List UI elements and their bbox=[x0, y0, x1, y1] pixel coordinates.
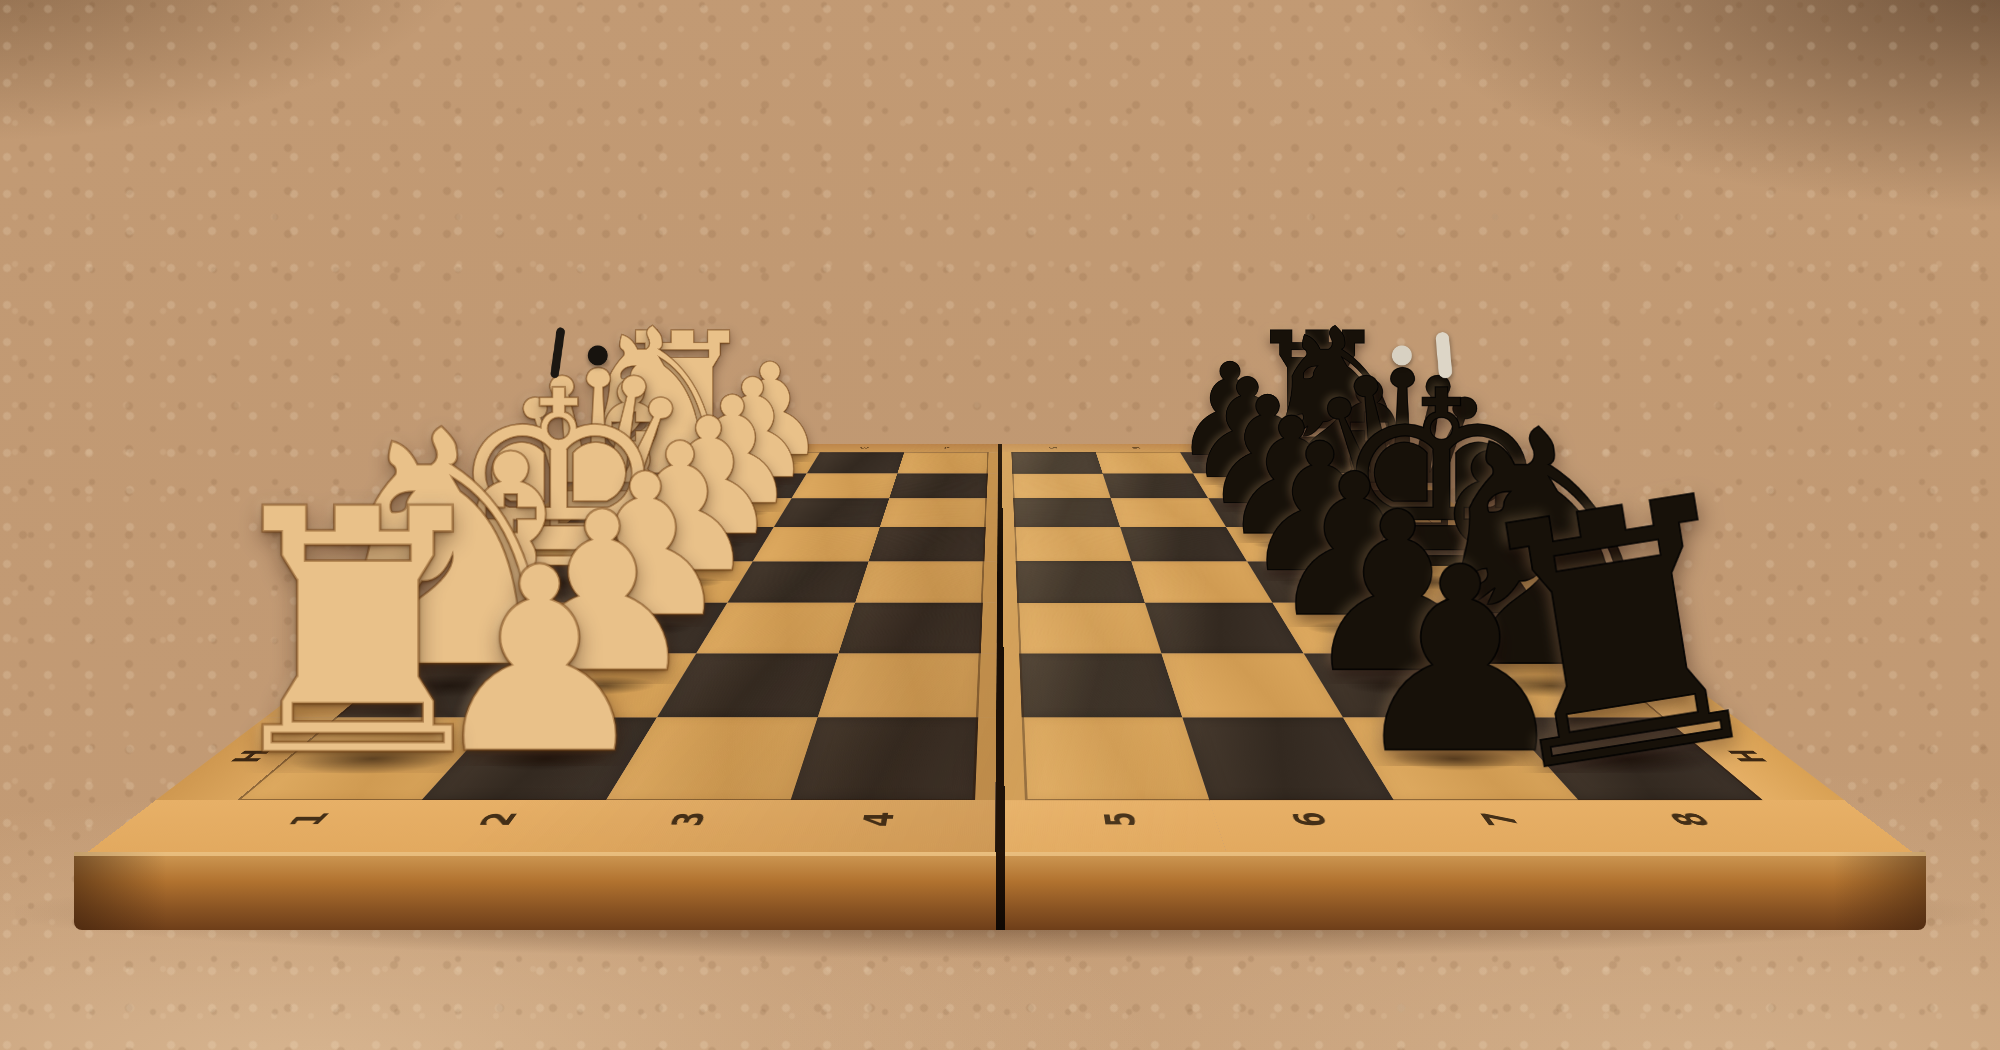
square-g5 bbox=[1019, 654, 1182, 718]
fold-strip-cell bbox=[987, 474, 998, 499]
square-d4 bbox=[869, 527, 986, 561]
near-rail-cell bbox=[1005, 800, 1027, 854]
rank-label-8: 8 bbox=[1660, 812, 1722, 827]
board-edge-fold-seam bbox=[996, 852, 1005, 930]
chess-board-3d: 34♜♟♞♟♝♟♛♟♚♟♝♟♞♟H♜♟123456♟♜♟♞♟♝♟♛♟♚♟♝♟♞♟… bbox=[85, 0, 1915, 854]
square-a5 bbox=[1011, 452, 1102, 473]
white-rook-glyph: ♜ bbox=[207, 466, 510, 803]
board-half-left: 34♜♟♞♟♝♟♛♟♚♟♝♟♞♟H♜♟1234 bbox=[85, 444, 998, 854]
far-rank-label-3: 3 bbox=[857, 447, 871, 449]
fold-strip-cell bbox=[978, 654, 996, 718]
square-c4 bbox=[880, 498, 987, 527]
board-scene: 34♜♟♞♟♝♟♛♟♚♟♝♟♞♟H♜♟123456♟♜♟♞♟♝♟♛♟♚♟♝♟♞♟… bbox=[0, 0, 2000, 1050]
chess-board: 34♜♟♞♟♝♟♛♟♚♟♝♟♞♟H♜♟123456♟♜♟♞♟♝♟♛♟♚♟♝♟♞♟… bbox=[85, 444, 1915, 854]
square-h5 bbox=[1022, 717, 1210, 800]
square-h8: ♜ bbox=[1504, 717, 1763, 800]
rank-label-6: 6 bbox=[1284, 812, 1337, 827]
far-rail-cell: 5 bbox=[1011, 444, 1096, 452]
board-front-edge bbox=[74, 852, 1926, 930]
square-e4 bbox=[855, 561, 984, 602]
square-b5 bbox=[1012, 474, 1111, 499]
far-rank-label-4: 4 bbox=[941, 447, 954, 449]
rank-label-4: 4 bbox=[854, 812, 903, 827]
rank-label-3: 3 bbox=[662, 812, 715, 827]
near-rail-cell: 6 bbox=[1209, 800, 1427, 854]
far-rail-cell bbox=[989, 444, 998, 452]
fold-strip-cell bbox=[983, 561, 997, 602]
square-b4 bbox=[889, 474, 988, 499]
square-a4 bbox=[897, 452, 988, 473]
near-rail-cell: 7 bbox=[1394, 800, 1627, 854]
square-f5 bbox=[1017, 603, 1161, 654]
square-c5 bbox=[1013, 498, 1120, 527]
rank-label-7: 7 bbox=[1472, 812, 1530, 827]
far-rail-cell: 4 bbox=[904, 444, 989, 452]
near-rail-cell: 4 bbox=[773, 800, 975, 854]
fold-strip-cell bbox=[986, 498, 998, 527]
fold-strip-cell bbox=[981, 603, 997, 654]
rank-label-2: 2 bbox=[470, 812, 528, 827]
square-g4 bbox=[818, 654, 981, 718]
near-rail-cell bbox=[973, 800, 995, 854]
fold-strip-cell bbox=[984, 527, 997, 561]
far-rank-label-6: 6 bbox=[1129, 447, 1143, 449]
square-h4 bbox=[791, 717, 979, 800]
far-rail-cell bbox=[1002, 444, 1011, 452]
square-d5 bbox=[1014, 527, 1131, 561]
near-rail-cell: 5 bbox=[1025, 800, 1227, 854]
near-rail-cell: 2 bbox=[373, 800, 606, 854]
fold-strip-cell bbox=[988, 452, 998, 473]
far-rank-label-5: 5 bbox=[1046, 447, 1059, 449]
square-h1: ♜ bbox=[237, 717, 496, 800]
rank-label-5: 5 bbox=[1096, 812, 1145, 827]
square-f4 bbox=[839, 603, 983, 654]
square-e5 bbox=[1016, 561, 1145, 602]
board-half-right: 56♟♜♟♞♟♝♟♛♟♚♟♝♟♞♟♜H5678 bbox=[1002, 444, 1915, 854]
black-rook-glyph: ♜ bbox=[1444, 446, 1796, 827]
rank-label-1: 1 bbox=[278, 812, 340, 827]
near-rail-cell: 3 bbox=[573, 800, 791, 854]
far-rail-cell: 3 bbox=[820, 444, 907, 452]
fold-strip-cell bbox=[975, 717, 996, 800]
board-tilt: 34♜♟♞♟♝♟♛♟♚♟♝♟♞♟H♜♟123456♟♜♟♞♟♝♟♛♟♚♟♝♟♞♟… bbox=[85, 444, 1915, 854]
far-rail-cell: 6 bbox=[1093, 444, 1180, 452]
